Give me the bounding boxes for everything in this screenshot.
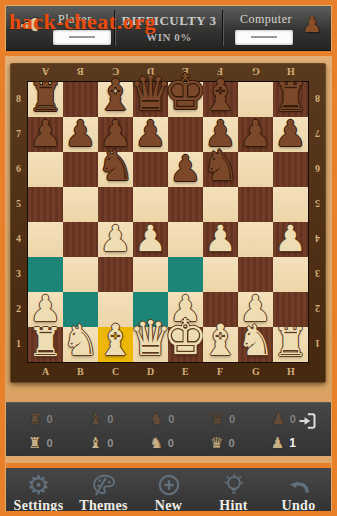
computer-label: Computer xyxy=(240,12,292,27)
white-knight-count: 0 xyxy=(168,437,174,449)
square-e4[interactable] xyxy=(168,222,203,257)
black-pawn-d7[interactable]: ♟ xyxy=(134,116,166,152)
square-e8[interactable]: ♚ xyxy=(168,82,203,117)
palette-icon xyxy=(91,471,117,498)
square-g1[interactable]: ♞ xyxy=(238,327,273,362)
black-rook-h8[interactable]: ♜ xyxy=(273,77,309,117)
black-bishop-f8[interactable]: ♝ xyxy=(201,74,240,117)
square-d6[interactable] xyxy=(133,152,168,187)
file-label-bottom-A: A xyxy=(42,366,49,377)
square-d7[interactable]: ♟ xyxy=(133,117,168,152)
rank-label-right-4: 4 xyxy=(315,233,320,244)
rank-label-right-1: 1 xyxy=(315,338,320,349)
file-label-bottom-G: G xyxy=(252,366,260,377)
captured-black-bishop-group: ♝0 xyxy=(89,408,114,430)
rank-label-left-7: 7 xyxy=(16,128,21,139)
captured-white-rook-group: ♜0 xyxy=(28,432,53,454)
black-knight-count: 0 xyxy=(168,413,174,425)
square-d3[interactable] xyxy=(133,257,168,292)
rank-label-left-1: 1 xyxy=(16,338,21,349)
square-d5[interactable] xyxy=(133,187,168,222)
hint-button[interactable]: Hint xyxy=(202,468,266,514)
white-pawn-icon: ♟ xyxy=(271,436,284,451)
square-g4[interactable] xyxy=(238,222,273,257)
file-label-top-G: G xyxy=(252,66,260,77)
board-panel: AA88BB77CC66DD55EE44FF33GG22HH11 ♜♝♛♚♝♜♟… xyxy=(5,51,332,402)
square-g3[interactable] xyxy=(238,257,273,292)
square-h6[interactable] xyxy=(273,152,308,187)
captured-black-queen-group: ♛0 xyxy=(211,408,236,430)
square-f5[interactable] xyxy=(203,187,238,222)
white-rook-icon: ♜ xyxy=(28,436,41,451)
white-queen-count: 0 xyxy=(229,437,235,449)
captured-white-pawn-group: ♟1 xyxy=(271,432,296,454)
square-e1[interactable]: ♚ xyxy=(168,327,203,362)
black-rook-count: 0 xyxy=(46,413,52,425)
white-pawn-d4[interactable]: ♟ xyxy=(134,221,166,257)
black-pawn-a7[interactable]: ♟ xyxy=(29,116,61,152)
white-knight-b1[interactable]: ♞ xyxy=(62,320,100,362)
square-g5[interactable] xyxy=(238,187,273,222)
bottom-toolbar: ⚙ Settings Themes xyxy=(6,463,331,511)
white-bishop-icon: ♝ xyxy=(89,436,102,451)
black-rook-icon: ♜ xyxy=(28,412,41,427)
white-bishop-count: 0 xyxy=(107,437,113,449)
computer-name-placeholder-dash xyxy=(251,36,277,38)
black-bishop-icon: ♝ xyxy=(89,412,102,427)
square-d4[interactable]: ♟ xyxy=(133,222,168,257)
captured-white-row: ♜0♝0♞0♛0♟1 xyxy=(28,432,296,454)
file-label-bottom-C: C xyxy=(112,366,119,377)
white-knight-g1[interactable]: ♞ xyxy=(237,320,275,362)
black-queen-icon: ♛ xyxy=(211,412,224,427)
captured-black-row: ♜0♝0♞0♛0♟0 xyxy=(28,408,296,430)
rank-label-right-8: 8 xyxy=(315,93,320,104)
square-f1[interactable]: ♝ xyxy=(203,327,238,362)
file-label-bottom-D: D xyxy=(147,366,154,377)
square-g6[interactable] xyxy=(238,152,273,187)
plus-circle-icon xyxy=(156,471,182,498)
chess-app-window: hack-cheat.org ♟ Player DIFFICULTY 3 WIN… xyxy=(0,0,337,516)
white-knight-icon: ♞ xyxy=(149,436,162,451)
rank-label-right-3: 3 xyxy=(315,268,320,279)
square-b1[interactable]: ♞ xyxy=(63,327,98,362)
black-pawn-g7[interactable]: ♟ xyxy=(239,116,271,152)
themes-button[interactable]: Themes xyxy=(72,468,136,514)
undo-button[interactable]: Undo xyxy=(267,468,331,514)
rank-label-left-5: 5 xyxy=(16,198,21,209)
square-c5[interactable] xyxy=(98,187,133,222)
square-a6[interactable] xyxy=(28,152,63,187)
square-b7[interactable]: ♟ xyxy=(63,117,98,152)
square-h7[interactable]: ♟ xyxy=(273,117,308,152)
square-h5[interactable] xyxy=(273,187,308,222)
square-g7[interactable]: ♟ xyxy=(238,117,273,152)
watermark-text: hack-cheat.org xyxy=(9,9,156,35)
file-label-top-B: B xyxy=(77,66,84,77)
square-a7[interactable]: ♟ xyxy=(28,117,63,152)
hint-label: Hint xyxy=(219,498,247,514)
square-a5[interactable] xyxy=(28,187,63,222)
square-b4[interactable] xyxy=(63,222,98,257)
square-f3[interactable] xyxy=(203,257,238,292)
gear-icon: ⚙ xyxy=(27,471,50,498)
new-game-button[interactable]: New xyxy=(137,468,201,514)
square-c4[interactable]: ♟ xyxy=(98,222,133,257)
chess-board[interactable]: ♜♝♛♚♝♜♟♟♟♟♟♟♟♞♟♞♟♟♟♟♟♟♟♜♞♝♛♚♝♞♜ xyxy=(27,81,309,363)
player-name-placeholder-dash xyxy=(69,36,95,38)
divider xyxy=(222,10,223,46)
black-knight-f6[interactable]: ♞ xyxy=(202,145,240,187)
computer-name-field[interactable] xyxy=(235,30,293,45)
rank-label-left-3: 3 xyxy=(16,268,21,279)
white-rook-h1[interactable]: ♜ xyxy=(273,322,309,362)
square-a8[interactable]: ♜ xyxy=(28,82,63,117)
square-c3[interactable] xyxy=(98,257,133,292)
square-b8[interactable] xyxy=(63,82,98,117)
rank-label-right-6: 6 xyxy=(315,163,320,174)
square-h3[interactable] xyxy=(273,257,308,292)
new-label: New xyxy=(155,498,182,514)
rank-label-right-2: 2 xyxy=(315,303,320,314)
black-knight-icon: ♞ xyxy=(150,412,163,427)
white-rook-count: 0 xyxy=(46,437,52,449)
white-pawn-f4[interactable]: ♟ xyxy=(204,221,236,257)
square-e6[interactable]: ♟ xyxy=(168,152,203,187)
square-c8[interactable]: ♝ xyxy=(98,82,133,117)
undo-label: Undo xyxy=(282,498,316,514)
file-label-bottom-E: E xyxy=(182,366,189,377)
white-pawn-h4[interactable]: ♟ xyxy=(274,221,306,257)
rank-label-left-8: 8 xyxy=(16,93,21,104)
rank-label-left-2: 2 xyxy=(16,303,21,314)
square-e5[interactable] xyxy=(168,187,203,222)
captured-black-pawn-group: ♟0 xyxy=(271,408,296,430)
settings-label: Settings xyxy=(14,498,64,514)
file-label-bottom-H: H xyxy=(287,366,295,377)
rank-label-left-4: 4 xyxy=(16,233,21,244)
square-h4[interactable]: ♟ xyxy=(273,222,308,257)
square-b5[interactable] xyxy=(63,187,98,222)
white-queen-icon: ♛ xyxy=(210,436,223,451)
white-pawn-count: 1 xyxy=(289,436,296,450)
rank-label-right-7: 7 xyxy=(315,128,320,139)
square-g8[interactable] xyxy=(238,82,273,117)
square-f8[interactable]: ♝ xyxy=(203,82,238,117)
black-queen-count: 0 xyxy=(229,413,235,425)
settings-button[interactable]: ⚙ Settings xyxy=(7,468,71,514)
square-b6[interactable] xyxy=(63,152,98,187)
black-rook-a8[interactable]: ♜ xyxy=(28,77,64,117)
rank-label-right-5: 5 xyxy=(315,198,320,209)
captured-white-bishop-group: ♝0 xyxy=(89,432,114,454)
themes-label: Themes xyxy=(79,498,127,514)
white-rook-a1[interactable]: ♜ xyxy=(28,322,64,362)
computer-pawn-icon: ♟ xyxy=(302,14,322,36)
square-a1[interactable]: ♜ xyxy=(28,327,63,362)
square-h8[interactable]: ♜ xyxy=(273,82,308,117)
square-b3[interactable] xyxy=(63,257,98,292)
square-f6[interactable]: ♞ xyxy=(203,152,238,187)
black-pawn-icon: ♟ xyxy=(271,412,284,427)
white-bishop-f1[interactable]: ♝ xyxy=(201,319,240,362)
black-pawn-b7[interactable]: ♟ xyxy=(64,116,96,152)
black-knight-c6[interactable]: ♞ xyxy=(97,145,135,187)
black-bishop-count: 0 xyxy=(107,413,113,425)
captured-white-knight-group: ♞0 xyxy=(149,432,174,454)
undo-arrow-icon xyxy=(286,471,312,498)
square-c6[interactable]: ♞ xyxy=(98,152,133,187)
file-label-bottom-B: B xyxy=(77,366,84,377)
lightbulb-icon xyxy=(221,471,247,498)
black-pawn-e6[interactable]: ♟ xyxy=(169,151,201,187)
captured-white-queen-group: ♛0 xyxy=(210,432,235,454)
captured-black-knight-group: ♞0 xyxy=(150,408,175,430)
file-label-bottom-F: F xyxy=(217,366,223,377)
white-pawn-c4[interactable]: ♟ xyxy=(99,221,131,257)
square-h1[interactable]: ♜ xyxy=(273,327,308,362)
board-frame: AA88BB77CC66DD55EE44FF33GG22HH11 ♜♝♛♚♝♜♟… xyxy=(10,63,326,383)
exit-icon[interactable] xyxy=(297,411,317,431)
square-f4[interactable]: ♟ xyxy=(203,222,238,257)
square-a3[interactable] xyxy=(28,257,63,292)
black-pawn-count: 0 xyxy=(290,413,296,425)
black-pawn-h7[interactable]: ♟ xyxy=(274,116,306,152)
square-c1[interactable]: ♝ xyxy=(98,327,133,362)
rank-label-left-6: 6 xyxy=(16,163,21,174)
captured-pieces-tray: ♜0♝0♞0♛0♟0 ♜0♝0♞0♛0♟1 xyxy=(6,402,331,456)
captured-black-rook-group: ♜0 xyxy=(28,408,53,430)
square-e7[interactable] xyxy=(168,117,203,152)
square-a4[interactable] xyxy=(28,222,63,257)
square-e3[interactable] xyxy=(168,257,203,292)
